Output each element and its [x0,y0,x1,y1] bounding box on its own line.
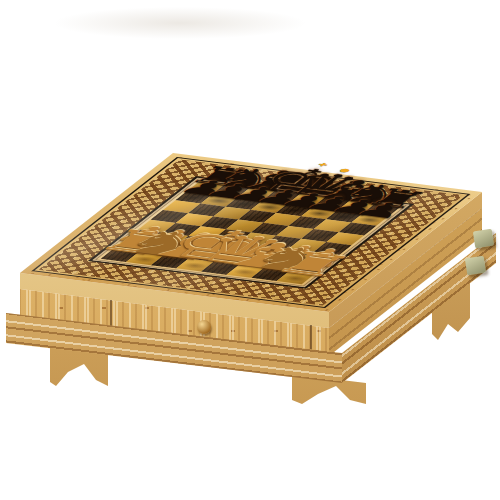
white-pawn-glyph: ♟ [250,239,393,275]
black-knight-glyph: ♞ [174,159,320,198]
square-f5 [276,226,314,239]
piece-cell-e3 [226,242,264,255]
piece-cell-a4 [138,220,176,233]
square-h2 [289,262,327,275]
piece-cell-f2: ♟ [239,255,277,268]
black-bishop-glyph: ♝ [274,170,422,210]
black-pawn-glyph: ♟ [312,194,451,227]
inner-birch-band [92,178,410,287]
square-h3 [301,252,339,265]
lid-latch-lower [465,256,486,276]
piece-shadow [205,265,235,274]
square-g7 [326,210,364,223]
piece-cell-a1: ♜ [101,249,139,262]
piece-cell-e7: ♟ [276,203,314,216]
black-pawn-glyph: ♟ [287,190,426,223]
piece-shadow [280,206,310,215]
piece-shadow [292,196,322,205]
square-a5 [151,210,189,223]
piece-cell-h1: ♜ [277,271,315,284]
piece-cell-f7: ♟ [301,206,339,219]
square-g2 [264,258,302,271]
piece-shadow [305,209,335,218]
piece-cell-e6 [263,213,301,226]
piece-shadow [293,264,323,273]
black-pawn-glyph: ♟ [262,187,401,220]
black-pawn-glyph: ♟ [212,181,351,214]
black-queen-glyph: ♛● [249,164,402,208]
square-g3 [276,249,314,262]
square-f4 [264,236,302,249]
piece-cell-e2: ♟ [214,252,252,265]
white-knight-glyph: ♞ [87,221,241,266]
piece-shadow [317,199,347,208]
square-b4 [163,223,201,236]
square-d7 [251,200,289,213]
square-g5 [301,229,339,242]
square-e6 [263,213,301,226]
square-b8 [213,184,251,197]
square-g4 [289,239,327,252]
piece-cell-h5 [326,232,364,245]
piece-cell-e8: ♛● [288,194,326,207]
piece-cell-e4 [239,233,277,246]
chess-board: ♜♞♝♚✚♛●♝♞♜♟♟♟♟♟♟♟♟♟♟♟♟♟♟♟♟♜♞♝♚♛♝♞♜ [20,153,482,312]
piece-cell-f8: ♝ [313,197,351,210]
piece-cell-f1: ♝ [226,265,264,278]
piece-cell-c1: ♝ [151,255,189,268]
white-pawn-glyph: ♟ [175,230,318,266]
piece-shadow [267,193,297,202]
square-b6 [188,203,226,216]
piece-cell-b3 [151,233,189,246]
piece-shadow [167,248,197,257]
square-h1 [277,271,315,284]
black-knight-glyph: ♞ [299,175,445,214]
piece-cell-g5 [301,229,339,242]
piece-cell-h3 [301,252,339,265]
piece-cell-a6 [163,200,201,213]
lid-latch-upper [473,229,494,249]
square-c8 [238,187,276,200]
piece-cell-b5 [176,213,214,226]
piece-cell-f5 [276,226,314,239]
piece-shadow [180,261,210,270]
white-queen-glyph: ♛ [162,225,323,275]
piece-cell-c5 [201,216,239,229]
black-king-amber-finial: ✚ [262,155,383,174]
piece-shadow [179,193,209,202]
piece-cell-h4 [314,242,352,255]
square-d1 [176,259,214,272]
square-e4 [239,233,277,246]
piece-cell-c6 [213,207,251,220]
piece-cell-d7: ♟ [251,200,289,213]
piece-cell-d5 [226,220,264,233]
piece-cell-b6 [188,203,226,216]
square-f7 [301,206,339,219]
white-rook-glyph: ♜ [62,221,212,263]
piece-cell-d1: ♚ [176,259,214,272]
white-king-glyph: ♚ [137,219,302,272]
square-h7 [351,213,389,226]
piece-shadow [217,187,247,196]
pieces-grid: ♜♞♝♚✚♛●♝♞♜♟♟♟♟♟♟♟♟♟♟♟♟♟♟♟♟♜♞♝♚♛♝♞♜ [101,181,401,284]
piece-shadow [155,258,185,267]
square-b3 [151,233,189,246]
piece-shadow [255,271,285,280]
squares-grid [101,181,401,284]
square-e2 [214,252,252,265]
square-a2 [113,239,151,252]
piece-cell-e1: ♛ [201,262,239,275]
floor-shadow [0,0,360,46]
square-d3 [201,239,239,252]
square-a3 [126,230,164,243]
square-a7 [175,191,213,204]
square-c7 [226,197,264,210]
drawer-seam-left [110,300,112,329]
piece-shadow [242,190,272,199]
piece-cell-a2: ♟ [113,239,151,252]
piece-shadow [192,252,222,261]
square-d4 [213,229,251,242]
piece-cell-g1: ♞ [251,268,289,281]
square-h5 [326,232,364,245]
piece-shadow [268,261,298,270]
square-f3 [251,245,289,258]
black-pawn-glyph: ♟ [186,178,325,211]
square-b1 [126,252,164,265]
square-g8 [339,200,377,213]
white-pawn-glyph: ♟ [200,233,343,269]
square-d6 [238,210,276,223]
piece-shadow [254,203,284,212]
square-d8 [263,190,301,203]
black-pawn-glyph: ♟ [136,171,275,204]
piece-cell-b1: ♞ [126,252,164,265]
piece-cell-a7: ♟ [175,191,213,204]
piece-cell-h6 [339,223,377,236]
piece-cell-g7: ♟ [326,210,364,223]
white-pawn-glyph: ♟ [225,236,368,272]
square-a1 [101,249,139,262]
piece-cell-a5 [151,210,189,223]
piece-cell-c3 [176,236,214,249]
piece-cell-c2: ♟ [163,246,201,259]
square-b7 [201,194,239,207]
black-bishop-glyph: ♝ [199,161,347,201]
black-pawn-glyph: ♟ [237,184,376,217]
white-bishop-glyph: ♝ [112,223,269,270]
chess-set-photo: ♜♞♝♚✚♛●♝♞♜♟♟♟♟♟♟♟♟♟♟♟♟♟♟♟♟♜♞♝♚♛♝♞♜ [0,0,500,500]
piece-cell-f3 [251,245,289,258]
drawer-knob [197,320,211,334]
piece-shadow [130,255,160,264]
piece-cell-h2: ♟ [289,262,327,275]
piece-shadow [342,203,372,212]
piece-shadow [367,206,397,215]
square-f1 [226,265,264,278]
piece-cell-h7: ♟ [351,213,389,226]
piece-cell-d4 [213,229,251,242]
square-e3 [226,242,264,255]
white-bishop-glyph: ♝ [187,232,344,279]
black-rook-glyph: ♜ [149,158,293,194]
square-e8 [288,194,326,207]
outer-inlay-line [32,157,471,308]
square-f2 [239,255,277,268]
piece-shadow [192,184,222,193]
piece-cell-b8: ♞ [213,184,251,197]
piece-shadow [280,274,310,283]
square-b5 [176,213,214,226]
square-b2 [138,242,176,255]
square-c2 [163,246,201,259]
piece-shadow [230,268,260,277]
piece-shadow [117,242,147,251]
piece-cell-f6 [289,216,327,229]
piece-shadow [243,258,273,267]
drawer-seam-right [310,325,312,354]
square-a8 [188,181,226,194]
piece-shadow [217,255,247,264]
white-pawn-glyph: ♟ [99,220,242,256]
white-rook-glyph: ♜ [237,243,387,285]
square-a4 [138,220,176,233]
piece-shadow [142,245,172,254]
inner-inlay-line [88,176,414,288]
piece-cell-g8: ♞ [339,200,377,213]
square-h6 [339,223,377,236]
square-c3 [176,236,214,249]
black-rook-glyph: ♜ [324,180,468,216]
white-knight-glyph: ♞ [212,237,366,282]
piece-cell-a3 [126,230,164,243]
piece-cell-g2: ♟ [264,258,302,271]
piece-cell-f4 [264,236,302,249]
square-e7 [276,203,314,216]
ornament-border-band [39,159,463,305]
piece-cell-c7: ♟ [226,197,264,210]
piece-cell-d3 [201,239,239,252]
white-pawn-glyph: ♟ [74,217,217,253]
black-king-glyph: ♚✚ [224,158,380,204]
square-g1 [251,268,289,281]
square-g6 [314,219,352,232]
square-h8 [364,203,402,216]
piece-cell-h8: ♜ [364,203,402,216]
white-pawn-glyph: ♟ [124,223,267,259]
gloss-reflection [20,153,482,312]
square-c1 [151,255,189,268]
piece-shadow [355,216,385,225]
piece-cell-c4 [188,226,226,239]
piece-cell-c8: ♝ [238,187,276,200]
outer-birch-band [34,158,467,307]
black-pawn-glyph: ♟ [161,175,300,208]
square-c4 [188,226,226,239]
piece-cell-b2: ♟ [138,242,176,255]
piece-shadow [229,200,259,209]
piece-cell-d6 [238,210,276,223]
square-e5 [251,223,289,236]
square-f6 [289,216,327,229]
square-f8 [313,197,351,210]
piece-shadow [105,252,135,261]
piece-cell-b4 [163,223,201,236]
piece-shadow [330,212,360,221]
piece-cell-g6 [314,219,352,232]
square-c5 [201,216,239,229]
white-pawn-glyph: ♟ [149,227,292,263]
piece-cell-g3 [276,249,314,262]
piece-cell-d2: ♟ [189,249,227,262]
square-d5 [226,220,264,233]
square-c6 [213,207,251,220]
piece-cell-b7: ♟ [201,194,239,207]
square-h4 [314,242,352,255]
piece-cell-e5 [251,223,289,236]
piece-cell-d8: ♚✚ [263,190,301,203]
black-queen-amber-finial: ● [285,161,406,180]
square-e1 [201,262,239,275]
square-d2 [189,249,227,262]
piece-cell-g4 [289,239,327,252]
piece-shadow [204,197,234,206]
square-a6 [163,200,201,213]
piece-cell-a8: ♜ [188,181,226,194]
